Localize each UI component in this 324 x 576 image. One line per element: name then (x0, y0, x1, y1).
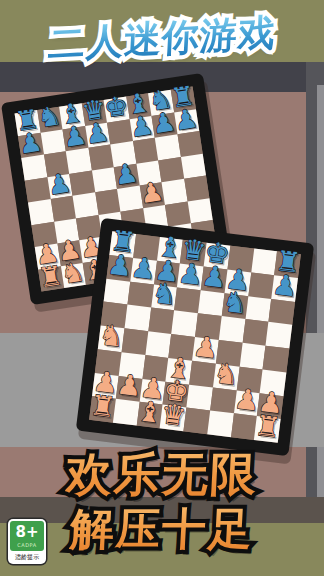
square-h5[interactable] (266, 322, 292, 348)
chess-board-front: ♜♝♛♚♜♟♟♟♟♟♟♟♞♞♞♟♝♞♟♟♟♚♟♟♜♝♛♜ (76, 218, 314, 456)
slogan-line-1: 欢乐无限 欢乐无限 (0, 444, 324, 506)
square-c6[interactable]: ♞ (151, 284, 177, 310)
square-h1[interactable]: ♜ (254, 416, 280, 442)
square-g6[interactable] (245, 296, 271, 322)
age-rating-caption: 适龄提示 (10, 551, 44, 562)
square-h7[interactable]: ♟ (272, 275, 298, 301)
square-a4[interactable]: ♞ (98, 325, 124, 351)
square-a6[interactable] (104, 278, 130, 304)
square-c5[interactable] (148, 308, 174, 334)
square-f1[interactable] (207, 411, 233, 437)
age-rating-badge: 8+ CADPA 适龄提示 (8, 519, 46, 564)
age-rating-panel: 8+ CADPA (10, 521, 44, 551)
square-d1[interactable]: ♛ (160, 405, 186, 431)
app-screen: ♜♞♝♛♚♝♞♜♟♟♟♟♟♟♟♟♟♟♟♟♜♞♝ ♜♝♛♚♜♟♟♟♟♟♟♟♞♞♞♟… (0, 0, 324, 576)
square-b4[interactable] (121, 328, 147, 354)
square-g4[interactable] (239, 343, 265, 369)
blue-pawn-piece[interactable]: ♟ (271, 270, 299, 301)
chess-board-front-squares: ♜♝♛♚♜♟♟♟♟♟♟♟♞♞♞♟♝♞♟♟♟♚♟♟♜♝♛♜ (89, 231, 301, 443)
square-b5[interactable] (124, 305, 150, 331)
slogan-line-2-text: 解压十足 (69, 503, 256, 554)
age-rating-value: 8+ (10, 525, 44, 540)
slogan-line-1-text: 欢乐无限 (65, 447, 260, 501)
square-h6[interactable] (269, 299, 295, 325)
square-a1[interactable]: ♜ (89, 396, 115, 422)
slogan-line-2: 解压十足 解压十足 (0, 500, 324, 559)
square-g5[interactable] (242, 319, 268, 345)
square-d6[interactable] (174, 287, 200, 313)
square-e1[interactable] (183, 408, 209, 434)
age-rating-org: CADPA (10, 542, 44, 548)
orange-rook-piece[interactable]: ♜ (254, 412, 282, 443)
square-f5[interactable] (219, 316, 245, 342)
square-e2[interactable] (186, 384, 212, 410)
square-f6[interactable]: ♞ (221, 293, 247, 319)
blue-pawn-piece[interactable]: ♟ (172, 104, 199, 134)
square-h4[interactable] (263, 346, 289, 372)
